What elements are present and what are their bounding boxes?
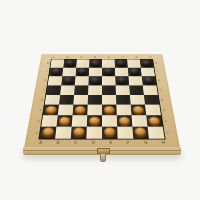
square-a5[interactable] xyxy=(46,85,61,95)
square-c7[interactable] xyxy=(76,68,90,77)
square-a2[interactable] xyxy=(41,115,57,126)
rank-label: 6 xyxy=(156,76,163,85)
square-h1[interactable] xyxy=(148,127,165,139)
file-label: H xyxy=(154,140,172,144)
rank-label: 5 xyxy=(157,85,164,95)
file-label: A xyxy=(32,140,50,144)
rank-label: 4 xyxy=(159,95,166,105)
board-scene: ABCDEFGH 87654321 87654321 ABCDEFGH xyxy=(23,8,181,168)
square-b4[interactable] xyxy=(59,95,74,105)
clasp-hook-icon xyxy=(100,153,106,162)
square-e7[interactable] xyxy=(102,68,115,77)
square-d7[interactable] xyxy=(89,68,102,77)
square-d3[interactable] xyxy=(87,105,102,116)
file-label: B xyxy=(49,140,67,144)
square-h7[interactable] xyxy=(141,68,155,77)
wood-checker[interactable] xyxy=(133,106,145,114)
rank-label: 1 xyxy=(164,127,172,139)
wood-checker[interactable] xyxy=(42,128,55,137)
square-c1[interactable] xyxy=(71,127,87,139)
square-h5[interactable] xyxy=(143,85,158,95)
square-a8[interactable] xyxy=(50,59,64,67)
wooden-frame: ABCDEFGH 87654321 87654321 ABCDEFGH xyxy=(24,54,180,148)
square-f6[interactable] xyxy=(115,76,129,85)
rank-label: 7 xyxy=(154,67,160,76)
square-c5[interactable] xyxy=(74,85,88,95)
square-c8[interactable] xyxy=(76,59,89,67)
checkers-board: ABCDEFGH 87654321 87654321 ABCDEFGH xyxy=(24,54,180,148)
square-f8[interactable] xyxy=(115,59,128,67)
wood-checker[interactable] xyxy=(104,106,115,114)
square-h6[interactable] xyxy=(142,76,157,85)
square-e1[interactable] xyxy=(102,127,118,139)
black-checker[interactable] xyxy=(104,68,114,74)
black-checker[interactable] xyxy=(129,68,139,74)
black-checker[interactable] xyxy=(65,60,75,66)
square-g2[interactable] xyxy=(131,115,147,126)
rank-label: 3 xyxy=(160,105,167,116)
wood-checker[interactable] xyxy=(59,116,71,124)
square-d1[interactable] xyxy=(86,127,102,139)
file-label: G xyxy=(137,140,155,144)
square-b5[interactable] xyxy=(60,85,75,95)
board-front-edge xyxy=(23,147,181,155)
square-c2[interactable] xyxy=(72,115,88,126)
square-e2[interactable] xyxy=(102,115,117,126)
square-e8[interactable] xyxy=(102,59,115,67)
square-a7[interactable] xyxy=(49,68,63,77)
square-g5[interactable] xyxy=(129,85,144,95)
square-g3[interactable] xyxy=(131,105,147,116)
square-h2[interactable] xyxy=(146,115,162,126)
square-d6[interactable] xyxy=(88,76,102,85)
black-checker[interactable] xyxy=(51,68,62,74)
square-e6[interactable] xyxy=(102,76,116,85)
black-checker[interactable] xyxy=(91,60,101,66)
square-c6[interactable] xyxy=(75,76,89,85)
black-checker[interactable] xyxy=(141,60,151,66)
square-f7[interactable] xyxy=(115,68,129,77)
square-f4[interactable] xyxy=(116,95,131,105)
square-g8[interactable] xyxy=(127,59,141,67)
wood-checker[interactable] xyxy=(148,116,160,124)
wood-checker[interactable] xyxy=(89,116,100,124)
rank-label: 8 xyxy=(153,59,159,67)
square-b6[interactable] xyxy=(61,76,75,85)
square-b7[interactable] xyxy=(62,68,76,77)
file-label: F xyxy=(119,140,137,144)
file-label: C xyxy=(67,140,85,144)
black-checker[interactable] xyxy=(63,77,74,84)
square-a6[interactable] xyxy=(48,76,63,85)
square-d4[interactable] xyxy=(88,95,102,105)
square-d2[interactable] xyxy=(87,115,102,126)
square-a1[interactable] xyxy=(39,127,56,139)
square-g7[interactable] xyxy=(128,68,142,77)
wood-checker[interactable] xyxy=(73,128,85,137)
wood-checker[interactable] xyxy=(74,106,85,114)
square-g6[interactable] xyxy=(128,76,142,85)
wood-checker[interactable] xyxy=(119,116,131,124)
square-a4[interactable] xyxy=(45,95,61,105)
square-h3[interactable] xyxy=(145,105,161,116)
square-b8[interactable] xyxy=(63,59,77,67)
square-h8[interactable] xyxy=(140,59,154,67)
black-checker[interactable] xyxy=(90,77,100,84)
square-d5[interactable] xyxy=(88,85,102,95)
square-e5[interactable] xyxy=(102,85,116,95)
wood-checker[interactable] xyxy=(134,128,146,137)
wood-checker[interactable] xyxy=(45,106,57,114)
square-f1[interactable] xyxy=(117,127,133,139)
rank-label: 2 xyxy=(162,116,169,127)
square-e3[interactable] xyxy=(102,105,117,116)
black-checker[interactable] xyxy=(116,60,126,66)
file-label: E xyxy=(102,140,120,144)
square-f5[interactable] xyxy=(116,85,130,95)
file-label: D xyxy=(84,140,102,144)
black-checker[interactable] xyxy=(143,77,154,84)
square-f2[interactable] xyxy=(117,115,133,126)
black-checker[interactable] xyxy=(117,77,127,84)
square-b1[interactable] xyxy=(55,127,72,139)
square-g1[interactable] xyxy=(132,127,149,139)
file-labels-bottom: ABCDEFGH xyxy=(31,140,172,146)
square-h4[interactable] xyxy=(144,95,160,105)
square-b3[interactable] xyxy=(58,105,74,116)
square-a3[interactable] xyxy=(43,105,59,116)
square-c4[interactable] xyxy=(73,95,88,105)
square-e4[interactable] xyxy=(102,95,116,105)
square-b2[interactable] xyxy=(56,115,72,126)
board-grid xyxy=(38,59,165,140)
black-checker[interactable] xyxy=(77,68,87,74)
square-d8[interactable] xyxy=(89,59,102,67)
square-g4[interactable] xyxy=(130,95,145,105)
square-f3[interactable] xyxy=(116,105,131,116)
square-c3[interactable] xyxy=(73,105,88,116)
wood-checker[interactable] xyxy=(104,128,116,137)
